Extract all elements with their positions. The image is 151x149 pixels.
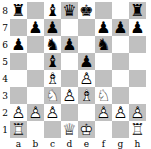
square-e6[interactable] [78,36,95,53]
chess-diagram: 87654321 ♜♝♛♚♜♟♟♟♟♟♟♞♟♞♝♟♝♗♟♙♞♘♟♙♝♗♞♘♟♙♟… [0,0,151,149]
piece-black-rook: ♜ [129,2,146,19]
square-c7[interactable]: ♟ [44,19,61,36]
square-a1[interactable]: ♜♖ [10,121,27,138]
piece-white-rook: ♖ [10,121,27,138]
square-e5[interactable]: ♟ [78,53,95,70]
piece-black-pawn: ♟ [95,19,112,36]
file-label-a: a [10,138,27,149]
piece-black-pawn: ♟ [10,36,27,53]
piece-white-pawn-fill: ♟ [44,104,61,121]
rank-label-4: 4 [0,70,10,87]
piece-white-knight: ♘ [95,87,112,104]
rank-label-1: 1 [0,121,10,138]
piece-white-pawn: ♙ [78,70,95,87]
square-b7[interactable]: ♟ [27,19,44,36]
piece-white-pawn: ♙ [129,104,146,121]
square-h2[interactable]: ♟♙ [129,104,146,121]
rank-label-6: 6 [0,36,10,53]
square-d7[interactable] [61,19,78,36]
file-label-g: g [112,138,129,149]
square-e1[interactable]: ♚♔ [78,121,95,138]
piece-white-pawn: ♙ [112,104,129,121]
square-b4[interactable] [27,70,44,87]
piece-white-pawn: ♙ [44,104,61,121]
square-h8[interactable]: ♜ [129,2,146,19]
piece-white-pawn-fill: ♟ [61,87,78,104]
square-g2[interactable]: ♟♙ [112,104,129,121]
square-h5[interactable] [129,53,146,70]
piece-white-bishop-fill: ♝ [44,70,61,87]
piece-white-knight-fill: ♞ [95,87,112,104]
square-d6[interactable]: ♟ [61,36,78,53]
piece-white-pawn: ♙ [10,104,27,121]
square-a6[interactable]: ♟ [10,36,27,53]
piece-black-knight: ♞ [44,36,61,53]
piece-white-pawn-fill: ♟ [27,104,44,121]
rank-label-2: 2 [0,104,10,121]
square-f4[interactable] [95,70,112,87]
piece-white-bishop-fill: ♝ [78,87,95,104]
piece-white-rook-fill: ♜ [10,121,27,138]
square-f5[interactable] [95,53,112,70]
square-f3[interactable]: ♞♘ [95,87,112,104]
piece-black-pawn: ♟ [112,19,129,36]
piece-white-king-fill: ♚ [78,121,95,138]
piece-white-pawn: ♙ [95,104,112,121]
file-label-f: f [95,138,112,149]
square-e8[interactable]: ♚ [78,2,95,19]
rank-label-8: 8 [0,2,10,19]
square-e4[interactable]: ♟♙ [78,70,95,87]
piece-white-bishop: ♗ [44,70,61,87]
square-f7[interactable]: ♟ [95,19,112,36]
square-g3[interactable] [112,87,129,104]
piece-white-knight-fill: ♞ [44,87,61,104]
square-e2[interactable] [78,104,95,121]
piece-black-knight: ♞ [95,36,112,53]
piece-white-bishop: ♗ [78,87,95,104]
rank-label-3: 3 [0,87,10,104]
piece-black-bishop: ♝ [44,2,61,19]
square-a3[interactable] [10,87,27,104]
piece-white-knight: ♘ [44,87,61,104]
piece-black-rook: ♜ [10,2,27,19]
square-e7[interactable] [78,19,95,36]
square-e3[interactable]: ♝♗ [78,87,95,104]
square-c1[interactable] [44,121,61,138]
file-label-c: c [44,138,61,149]
piece-white-pawn-fill: ♟ [78,70,95,87]
rank-labels: 87654321 [0,2,10,138]
square-d4[interactable] [61,70,78,87]
square-h3[interactable] [129,87,146,104]
square-d1[interactable]: ♛♕ [61,121,78,138]
piece-white-pawn-fill: ♟ [10,104,27,121]
square-g4[interactable] [112,70,129,87]
square-d8[interactable]: ♛ [61,2,78,19]
piece-black-pawn: ♟ [129,19,146,36]
square-g6[interactable] [112,36,129,53]
square-d3[interactable]: ♟♙ [61,87,78,104]
square-a2[interactable]: ♟♙ [10,104,27,121]
piece-white-pawn-fill: ♟ [129,104,146,121]
square-g7[interactable]: ♟ [112,19,129,36]
square-b5[interactable] [27,53,44,70]
file-label-d: d [61,138,78,149]
square-a4[interactable] [10,70,27,87]
piece-white-king: ♔ [78,121,95,138]
square-b2[interactable]: ♟♙ [27,104,44,121]
square-h7[interactable]: ♟ [129,19,146,36]
square-b3[interactable] [27,87,44,104]
square-f8[interactable] [95,2,112,19]
square-f6[interactable]: ♞ [95,36,112,53]
piece-white-queen-fill: ♛ [61,121,78,138]
chess-board: ♜♝♛♚♜♟♟♟♟♟♟♞♟♞♝♟♝♗♟♙♞♘♟♙♝♗♞♘♟♙♟♙♟♙♟♙♟♙♟♙… [10,2,146,138]
rank-label-7: 7 [0,19,10,36]
piece-white-queen: ♕ [61,121,78,138]
square-c8[interactable]: ♝ [44,2,61,19]
square-b1[interactable] [27,121,44,138]
square-c2[interactable]: ♟♙ [44,104,61,121]
piece-black-pawn: ♟ [44,19,61,36]
piece-black-pawn: ♟ [78,53,95,70]
square-a5[interactable] [10,53,27,70]
square-c5[interactable]: ♝ [44,53,61,70]
square-b8[interactable] [27,2,44,19]
square-b6[interactable] [27,36,44,53]
square-c6[interactable]: ♞ [44,36,61,53]
piece-white-rook: ♖ [129,121,146,138]
square-g8[interactable] [112,2,129,19]
square-d5[interactable] [61,53,78,70]
piece-black-bishop: ♝ [44,53,61,70]
square-f2[interactable]: ♟♙ [95,104,112,121]
piece-black-king: ♚ [78,2,95,19]
rank-label-5: 5 [0,53,10,70]
square-f1[interactable] [95,121,112,138]
piece-black-pawn: ♟ [27,19,44,36]
piece-black-pawn: ♟ [61,36,78,53]
square-h6[interactable] [129,36,146,53]
piece-white-pawn-fill: ♟ [112,104,129,121]
square-a7[interactable] [10,19,27,36]
square-c4[interactable]: ♝♗ [44,70,61,87]
piece-white-rook-fill: ♜ [129,121,146,138]
square-a8[interactable]: ♜ [10,2,27,19]
file-label-b: b [27,138,44,149]
piece-black-queen: ♛ [61,2,78,19]
piece-white-pawn: ♙ [61,87,78,104]
square-h1[interactable]: ♜♖ [129,121,146,138]
file-labels: abcdefgh [10,138,146,149]
square-c3[interactable]: ♞♘ [44,87,61,104]
piece-white-pawn: ♙ [27,104,44,121]
file-label-h: h [129,138,146,149]
file-label-e: e [78,138,95,149]
square-d2[interactable] [61,104,78,121]
square-g5[interactable] [112,53,129,70]
square-g1[interactable] [112,121,129,138]
piece-white-pawn-fill: ♟ [95,104,112,121]
square-h4[interactable] [129,70,146,87]
